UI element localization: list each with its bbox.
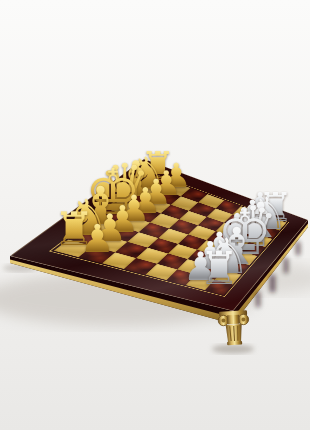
board-grid [54, 175, 286, 295]
photo-stage: ♜♞♝♛♚♝♞♜♟♟♟♟♟♟♟♟♟♟♟♟♟♟♟♟♜♞♝♛♚♝♞♜ [0, 0, 310, 430]
ionic-foot [218, 310, 250, 346]
left-tip-shadow [3, 264, 37, 272]
inner-gold-trim [48, 173, 289, 298]
foot-shadow [212, 345, 254, 354]
chess-board [10, 159, 308, 311]
